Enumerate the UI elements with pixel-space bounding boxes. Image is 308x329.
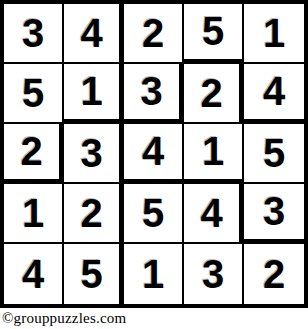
cell-r5c2: 5 (64, 244, 124, 304)
cell-r2c3: 3 (124, 64, 184, 124)
cell-r4c4: 4 (184, 184, 244, 244)
cell-r4c5: 3 (244, 184, 304, 244)
cell-r4c3: 5 (124, 184, 184, 244)
cell-r1c2: 4 (64, 4, 124, 64)
cell-r1c1: 3 (4, 4, 64, 64)
cell-r1c4: 5 (184, 4, 244, 64)
cell-r5c3: 1 (124, 244, 184, 304)
cell-r5c4: 3 (184, 244, 244, 304)
cell-r1c3: 2 (124, 4, 184, 64)
cell-r3c5: 5 (244, 124, 304, 184)
cell-r4c2: 2 (64, 184, 124, 244)
copyright-footer: ©grouppuzzles.com (2, 308, 126, 329)
cell-r5c5: 2 (244, 244, 304, 304)
cell-r2c1: 5 (4, 64, 64, 124)
cell-r3c2: 3 (64, 124, 124, 184)
cell-r3c4: 1 (184, 124, 244, 184)
cell-r1c5: 1 (244, 4, 304, 64)
cell-r5c1: 4 (4, 244, 64, 304)
cell-r3c3: 4 (124, 124, 184, 184)
cell-r2c4: 2 (184, 64, 244, 124)
cell-r4c1: 1 (4, 184, 64, 244)
cell-r2c5: 4 (244, 64, 304, 124)
sudoku-board: 3425151324234151254345132 (0, 0, 308, 308)
cell-r3c1: 2 (4, 124, 64, 184)
cell-r2c2: 1 (64, 64, 124, 124)
